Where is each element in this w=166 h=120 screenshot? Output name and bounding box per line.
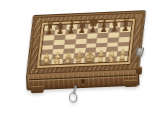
keyhole-icon <box>80 79 84 84</box>
foot-side-right <box>136 66 142 74</box>
foot-front-right <box>124 80 137 88</box>
square-f1: ♝ <box>95 57 106 62</box>
board: ♜♞♝♛♚♝♞♜♟♟♟♟♟♟♟♟♟♟♟♟♟♟♟♟♜♞♝♛♚♝♞♜ <box>39 21 133 66</box>
square-e1: ♚ <box>84 58 95 63</box>
product-photo: ♜♞♝♛♚♝♞♜♟♟♟♟♟♟♟♟♟♟♟♟♟♟♟♟♜♞♝♛♚♝♞♜ <box>0 0 166 120</box>
key-icon <box>67 85 80 103</box>
square-c1: ♝ <box>62 58 73 63</box>
square-h1: ♜ <box>116 56 127 61</box>
clasp-icon <box>135 47 144 57</box>
chess-box: ♜♞♝♛♚♝♞♜♟♟♟♟♟♟♟♟♟♟♟♟♟♟♟♟♜♞♝♛♚♝♞♜ <box>23 11 139 91</box>
key-ring <box>68 92 76 102</box>
square-g1: ♞ <box>106 57 117 62</box>
foot-front-left <box>31 86 44 94</box>
square-d1: ♛ <box>73 58 84 63</box>
square-b1: ♞ <box>51 59 62 64</box>
carved-board-frame: ♜♞♝♛♚♝♞♜♟♟♟♟♟♟♟♟♟♟♟♟♟♟♟♟♜♞♝♛♚♝♞♜ <box>26 10 146 76</box>
square-a1: ♜ <box>40 59 51 64</box>
